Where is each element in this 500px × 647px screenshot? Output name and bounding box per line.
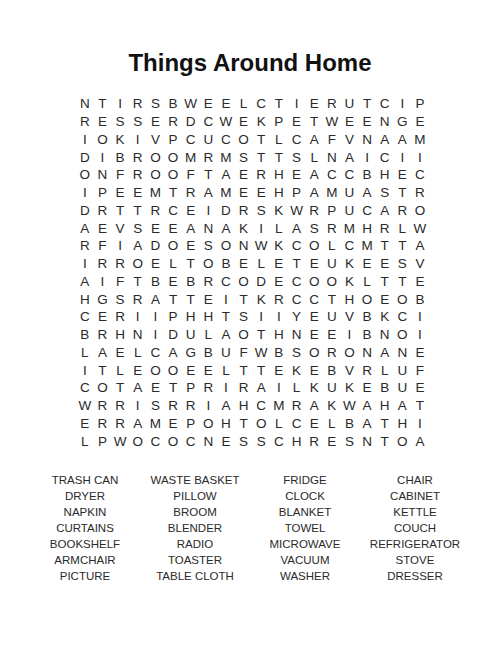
grid-cell-r8c1: A [76, 219, 94, 237]
grid-cell-r12c15: T [323, 290, 341, 308]
grid-cell-r12c16: H [341, 290, 359, 308]
grid-cell-r13c5: I [147, 308, 165, 326]
grid-cell-r16c9: L [217, 361, 235, 379]
grid-cell-r2c3: S [111, 113, 129, 131]
grid-cell-r5c13: E [288, 166, 306, 184]
word-item-chair: CHAIR [360, 472, 470, 488]
grid-cell-r15c17: N [358, 344, 376, 362]
grid-cell-r19c14: E [305, 415, 323, 433]
word-item-pillow: PILLOW [140, 488, 250, 504]
grid-cell-r11c4: T [129, 273, 147, 291]
grid-cell-r18c18: H [376, 397, 394, 415]
grid-cell-r7c9: D [217, 202, 235, 220]
grid-cell-r14c20: I [411, 326, 429, 344]
grid-cell-r18c3: R [111, 397, 129, 415]
grid-cell-r18c9: A [217, 397, 235, 415]
grid-cell-r3c14: A [305, 131, 323, 149]
grid-cell-r8c18: R [376, 219, 394, 237]
grid-cell-r17c1: C [76, 379, 94, 397]
grid-cell-r18c8: I [199, 397, 217, 415]
word-item-blender: BLENDER [140, 520, 250, 536]
grid-cell-r7c11: S [252, 202, 270, 220]
grid-cell-r20c14: R [305, 432, 323, 450]
grid-cell-r10c4: O [129, 255, 147, 273]
grid-cell-r4c12: T [270, 148, 288, 166]
grid-cell-r20c7: C [182, 432, 200, 450]
grid-cell-r12c1: H [76, 290, 94, 308]
grid-cell-r14c15: E [323, 326, 341, 344]
grid-cell-r1c12: T [270, 95, 288, 113]
grid-cell-r8c7: A [182, 219, 200, 237]
grid-cell-r11c10: O [235, 273, 253, 291]
grid-cell-r15c19: N [394, 344, 412, 362]
grid-cell-r1c19: I [394, 95, 412, 113]
grid-cell-r18c11: C [252, 397, 270, 415]
grid-cell-r1c2: T [94, 95, 112, 113]
grid-cell-r14c17: B [358, 326, 376, 344]
grid-cell-r2c16: E [341, 113, 359, 131]
grid-cell-r17c17: E [358, 379, 376, 397]
grid-cell-r1c7: W [182, 95, 200, 113]
grid-cell-r15c12: B [270, 344, 288, 362]
grid-cell-r16c14: E [305, 361, 323, 379]
grid-cell-r5c19: E [394, 166, 412, 184]
grid-cell-r10c14: E [305, 255, 323, 273]
grid-cell-r18c19: A [394, 397, 412, 415]
grid-cell-r4c1: D [76, 148, 94, 166]
grid-cell-r2c10: E [235, 113, 253, 131]
grid-cell-r4c18: C [376, 148, 394, 166]
grid-cell-r1c6: B [164, 95, 182, 113]
grid-cell-r11c16: K [341, 273, 359, 291]
grid-cell-r20c20: A [411, 432, 429, 450]
grid-cell-r5c1: O [76, 166, 94, 184]
grid-cell-r8c16: M [341, 219, 359, 237]
word-item-trash-can: TRASH CAN [30, 472, 140, 488]
grid-cell-r17c4: A [129, 379, 147, 397]
grid-cell-r16c19: U [394, 361, 412, 379]
grid-cell-r7c14: R [305, 202, 323, 220]
grid-cell-r1c10: L [235, 95, 253, 113]
grid-cell-r4c15: N [323, 148, 341, 166]
grid-cell-r19c20: I [411, 415, 429, 433]
grid-cell-r12c20: B [411, 290, 429, 308]
grid-cell-r15c6: A [164, 344, 182, 362]
grid-cell-r12c12: R [270, 290, 288, 308]
grid-cell-r14c2: R [94, 326, 112, 344]
grid-cell-r16c15: B [323, 361, 341, 379]
grid-cell-r7c12: K [270, 202, 288, 220]
grid-cell-r20c17: N [358, 432, 376, 450]
grid-cell-r5c2: N [94, 166, 112, 184]
grid-cell-r6c11: E [252, 184, 270, 202]
grid-cell-r10c7: T [182, 255, 200, 273]
grid-cell-r13c2: E [94, 308, 112, 326]
grid-cell-r19c11: O [252, 415, 270, 433]
grid-cell-r18c12: M [270, 397, 288, 415]
grid-cell-r1c16: U [341, 95, 359, 113]
grid-cell-r2c1: R [76, 113, 94, 131]
word-search-grid: NTIRSBWEELCTIERUTCIPRESSERDCWEKPETWEENGE… [76, 95, 429, 450]
grid-cell-r16c2: T [94, 361, 112, 379]
word-item-toaster: TOASTER [140, 552, 250, 568]
grid-cell-r13c13: Y [288, 308, 306, 326]
grid-cell-r12c13: C [288, 290, 306, 308]
grid-cell-r18c2: R [94, 397, 112, 415]
grid-cell-r18c7: R [182, 397, 200, 415]
grid-cell-r16c5: O [147, 361, 165, 379]
grid-cell-r18c1: W [76, 397, 94, 415]
grid-cell-r1c17: T [358, 95, 376, 113]
grid-cell-r9c1: R [76, 237, 94, 255]
grid-cell-r2c8: C [199, 113, 217, 131]
grid-cell-r17c14: K [305, 379, 323, 397]
grid-cell-r17c10: R [235, 379, 253, 397]
word-item-clock: CLOCK [250, 488, 360, 504]
grid-cell-r13c9: T [217, 308, 235, 326]
grid-cell-r12c19: O [394, 290, 412, 308]
grid-cell-r16c12: E [270, 361, 288, 379]
grid-cell-r4c4: R [129, 148, 147, 166]
grid-cell-r5c17: B [358, 166, 376, 184]
grid-cell-r16c11: T [252, 361, 270, 379]
grid-cell-r8c19: L [394, 219, 412, 237]
grid-cell-r9c16: C [341, 237, 359, 255]
grid-cell-r4c10: S [235, 148, 253, 166]
grid-cell-r15c20: E [411, 344, 429, 362]
grid-cell-r8c14: S [305, 219, 323, 237]
grid-cell-r13c7: H [182, 308, 200, 326]
grid-cell-r4c2: I [94, 148, 112, 166]
grid-cell-r19c9: H [217, 415, 235, 433]
grid-cell-r6c15: M [323, 184, 341, 202]
grid-cell-r19c19: H [394, 415, 412, 433]
grid-cell-r10c13: T [288, 255, 306, 273]
grid-cell-r8c10: K [235, 219, 253, 237]
grid-cell-r3c4: I [129, 131, 147, 149]
grid-cell-r3c6: P [164, 131, 182, 149]
word-item-fridge: FRIDGE [250, 472, 360, 488]
grid-cell-r7c20: O [411, 202, 429, 220]
grid-cell-r19c8: O [199, 415, 217, 433]
grid-cell-r20c13: H [288, 432, 306, 450]
word-item-kettle: KETTLE [360, 504, 470, 520]
grid-cell-r5c8: T [199, 166, 217, 184]
grid-cell-r5c15: C [323, 166, 341, 184]
grid-cell-r2c6: R [164, 113, 182, 131]
grid-cell-r18c4: I [129, 397, 147, 415]
grid-cell-r13c10: S [235, 308, 253, 326]
grid-cell-r6c8: A [199, 184, 217, 202]
grid-cell-r3c7: C [182, 131, 200, 149]
grid-cell-r2c18: N [376, 113, 394, 131]
grid-cell-r19c18: T [376, 415, 394, 433]
grid-cell-r12c11: K [252, 290, 270, 308]
grid-cell-r12c17: O [358, 290, 376, 308]
grid-cell-r19c12: L [270, 415, 288, 433]
grid-cell-r2c4: S [129, 113, 147, 131]
grid-cell-r20c3: W [111, 432, 129, 450]
grid-cell-r1c11: C [252, 95, 270, 113]
grid-cell-r17c8: R [199, 379, 217, 397]
grid-cell-r8c13: A [288, 219, 306, 237]
grid-cell-r2c19: G [394, 113, 412, 131]
grid-cell-r19c15: L [323, 415, 341, 433]
grid-cell-r6c2: P [94, 184, 112, 202]
grid-cell-r2c20: E [411, 113, 429, 131]
grid-cell-r5c11: R [252, 166, 270, 184]
grid-cell-r1c18: C [376, 95, 394, 113]
grid-cell-r18c17: A [358, 397, 376, 415]
grid-cell-r7c18: A [376, 202, 394, 220]
word-item-vacuum: VACUUM [250, 552, 360, 568]
grid-cell-r3c18: A [376, 131, 394, 149]
word-item-waste-basket: WASTE BASKET [140, 472, 250, 488]
grid-cell-r6c3: E [111, 184, 129, 202]
grid-cell-r1c4: R [129, 95, 147, 113]
grid-cell-r12c5: A [147, 290, 165, 308]
word-item-washer: WASHER [250, 568, 360, 584]
grid-cell-r18c10: H [235, 397, 253, 415]
grid-cell-r4c19: I [394, 148, 412, 166]
grid-cell-r7c3: T [111, 202, 129, 220]
grid-cell-r5c20: C [411, 166, 429, 184]
grid-cell-r16c1: I [76, 361, 94, 379]
grid-cell-r5c10: E [235, 166, 253, 184]
grid-cell-r15c13: S [288, 344, 306, 362]
grid-cell-r20c16: S [341, 432, 359, 450]
grid-cell-r9c5: D [147, 237, 165, 255]
grid-cell-r1c1: N [76, 95, 94, 113]
grid-cell-r15c5: C [147, 344, 165, 362]
grid-cell-r6c14: A [305, 184, 323, 202]
grid-cell-r17c2: O [94, 379, 112, 397]
grid-cell-r20c15: E [323, 432, 341, 450]
grid-cell-r5c7: F [182, 166, 200, 184]
grid-cell-r13c16: V [341, 308, 359, 326]
grid-cell-r12c2: G [94, 290, 112, 308]
grid-cell-r5c12: H [270, 166, 288, 184]
word-item-dryer: DRYER [30, 488, 140, 504]
grid-cell-r10c8: O [199, 255, 217, 273]
grid-cell-r18c20: T [411, 397, 429, 415]
grid-cell-r1c3: I [111, 95, 129, 113]
grid-cell-r7c1: D [76, 202, 94, 220]
grid-cell-r20c10: S [235, 432, 253, 450]
grid-cell-r4c7: M [182, 148, 200, 166]
grid-cell-r8c17: H [358, 219, 376, 237]
grid-cell-r8c8: N [199, 219, 217, 237]
grid-cell-r18c16: W [341, 397, 359, 415]
grid-cell-r16c4: E [129, 361, 147, 379]
grid-cell-r15c2: A [94, 344, 112, 362]
grid-cell-r13c8: H [199, 308, 217, 326]
grid-cell-r19c4: A [129, 415, 147, 433]
grid-cell-r3c19: A [394, 131, 412, 149]
grid-cell-r6c18: S [376, 184, 394, 202]
grid-cell-r4c3: B [111, 148, 129, 166]
grid-cell-r16c18: L [376, 361, 394, 379]
grid-cell-r2c15: W [323, 113, 341, 131]
grid-cell-r7c4: T [129, 202, 147, 220]
grid-cell-r14c14: E [305, 326, 323, 344]
grid-cell-r14c1: B [76, 326, 94, 344]
grid-cell-r15c7: G [182, 344, 200, 362]
grid-cell-r20c18: T [376, 432, 394, 450]
word-item-table-cloth: TABLE CLOTH [140, 568, 250, 584]
grid-cell-r5c16: C [341, 166, 359, 184]
grid-cell-r6c4: E [129, 184, 147, 202]
grid-cell-r11c14: O [305, 273, 323, 291]
grid-cell-r6c7: R [182, 184, 200, 202]
grid-cell-r16c13: K [288, 361, 306, 379]
grid-cell-r2c17: E [358, 113, 376, 131]
grid-cell-r10c5: E [147, 255, 165, 273]
grid-cell-r20c5: C [147, 432, 165, 450]
grid-cell-r4c13: S [288, 148, 306, 166]
grid-cell-r7c13: W [288, 202, 306, 220]
grid-cell-r20c6: O [164, 432, 182, 450]
grid-cell-r10c11: L [252, 255, 270, 273]
grid-cell-r17c9: I [217, 379, 235, 397]
grid-cell-r10c20: V [411, 255, 429, 273]
grid-cell-r19c10: T [235, 415, 253, 433]
grid-cell-r4c16: A [341, 148, 359, 166]
grid-cell-r13c12: I [270, 308, 288, 326]
grid-cell-r14c5: I [147, 326, 165, 344]
grid-cell-r6c1: I [76, 184, 94, 202]
grid-cell-r9c4: A [129, 237, 147, 255]
grid-cell-r1c9: E [217, 95, 235, 113]
grid-cell-r14c7: U [182, 326, 200, 344]
grid-cell-r13c1: C [76, 308, 94, 326]
grid-cell-r18c13: R [288, 397, 306, 415]
grid-cell-r6c17: A [358, 184, 376, 202]
word-search-worksheet: Things Around Home NTIRSBWEELCTIERUTCIPR… [0, 0, 500, 647]
grid-cell-r13c18: K [376, 308, 394, 326]
grid-cell-r2c5: E [147, 113, 165, 131]
grid-cell-r20c9: E [217, 432, 235, 450]
grid-cell-r11c3: F [111, 273, 129, 291]
word-item-curtains: CURTAINS [30, 520, 140, 536]
grid-cell-r17c18: B [376, 379, 394, 397]
grid-cell-r4c8: R [199, 148, 217, 166]
grid-cell-r8c6: E [164, 219, 182, 237]
grid-cell-r10c12: E [270, 255, 288, 273]
grid-cell-r9c8: S [199, 237, 217, 255]
grid-cell-r16c3: L [111, 361, 129, 379]
grid-cell-r3c3: K [111, 131, 129, 149]
grid-cell-r14c19: O [394, 326, 412, 344]
grid-cell-r9c17: M [358, 237, 376, 255]
grid-cell-r4c6: O [164, 148, 182, 166]
grid-cell-r13c3: R [111, 308, 129, 326]
grid-cell-r15c3: E [111, 344, 129, 362]
grid-cell-r9c19: T [394, 237, 412, 255]
grid-cell-r20c8: N [199, 432, 217, 450]
grid-cell-r18c6: R [164, 397, 182, 415]
grid-cell-r20c1: L [76, 432, 94, 450]
grid-cell-r11c20: E [411, 273, 429, 291]
grid-cell-r2c14: T [305, 113, 323, 131]
word-item-refrigerator: REFRIGERATOR [360, 536, 470, 552]
grid-cell-r10c6: L [164, 255, 182, 273]
grid-cell-r11c12: E [270, 273, 288, 291]
grid-cell-r6c9: M [217, 184, 235, 202]
grid-cell-r16c20: F [411, 361, 429, 379]
grid-cell-r7c15: P [323, 202, 341, 220]
word-item-cabinet: CABINET [360, 488, 470, 504]
grid-cell-r11c18: T [376, 273, 394, 291]
grid-cell-r9c6: O [164, 237, 182, 255]
grid-cell-r11c13: C [288, 273, 306, 291]
grid-cell-r8c4: S [129, 219, 147, 237]
word-item-blanket: BLANKET [250, 504, 360, 520]
grid-cell-r11c7: B [182, 273, 200, 291]
word-item-napkin: NAPKIN [30, 504, 140, 520]
grid-cell-r19c16: B [341, 415, 359, 433]
grid-cell-r18c5: S [147, 397, 165, 415]
grid-cell-r3c13: C [288, 131, 306, 149]
grid-cell-r7c5: R [147, 202, 165, 220]
grid-cell-r3c12: L [270, 131, 288, 149]
grid-cell-r8c3: V [111, 219, 129, 237]
grid-cell-r7c16: U [341, 202, 359, 220]
grid-cell-r11c17: L [358, 273, 376, 291]
grid-cell-r1c15: R [323, 95, 341, 113]
grid-cell-r11c2: I [94, 273, 112, 291]
grid-cell-r15c10: F [235, 344, 253, 362]
grid-cell-r20c12: C [270, 432, 288, 450]
word-item-towel: TOWEL [250, 520, 360, 536]
grid-cell-r1c8: E [199, 95, 217, 113]
grid-cell-r7c17: C [358, 202, 376, 220]
grid-cell-r10c16: K [341, 255, 359, 273]
grid-cell-r15c14: O [305, 344, 323, 362]
word-item-broom: BROOM [140, 504, 250, 520]
grid-cell-r15c4: L [129, 344, 147, 362]
grid-cell-r11c1: A [76, 273, 94, 291]
grid-cell-r7c8: I [199, 202, 217, 220]
grid-cell-r3c1: I [76, 131, 94, 149]
grid-cell-r4c5: O [147, 148, 165, 166]
grid-cell-r3c10: O [235, 131, 253, 149]
grid-cell-r7c19: R [394, 202, 412, 220]
grid-cell-r6c5: M [147, 184, 165, 202]
grid-cell-r10c3: R [111, 255, 129, 273]
grid-cell-r12c6: T [164, 290, 182, 308]
puzzle-title: Things Around Home [0, 49, 500, 77]
grid-cell-r4c17: I [358, 148, 376, 166]
grid-cell-r2c11: K [252, 113, 270, 131]
word-item-stove: STOVE [360, 552, 470, 568]
grid-cell-r12c9: I [217, 290, 235, 308]
grid-cell-r8c20: W [411, 219, 429, 237]
grid-cell-r17c20: E [411, 379, 429, 397]
grid-cell-r16c16: V [341, 361, 359, 379]
grid-cell-r9c15: L [323, 237, 341, 255]
grid-cell-r5c6: O [164, 166, 182, 184]
grid-cell-r4c9: M [217, 148, 235, 166]
grid-cell-r12c14: C [305, 290, 323, 308]
grid-cell-r6c12: H [270, 184, 288, 202]
grid-cell-r12c18: E [376, 290, 394, 308]
grid-cell-r9c13: C [288, 237, 306, 255]
grid-cell-r3c2: O [94, 131, 112, 149]
grid-cell-r13c14: E [305, 308, 323, 326]
grid-cell-r5c18: H [376, 166, 394, 184]
grid-cell-r7c7: E [182, 202, 200, 220]
